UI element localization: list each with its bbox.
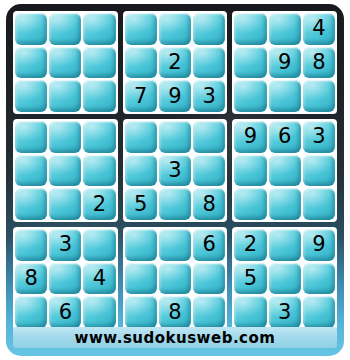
sudoku-box-5: 358: [123, 119, 228, 222]
sudoku-cell-r7c4[interactable]: [125, 229, 157, 261]
sudoku-cell-r6c9[interactable]: [303, 188, 335, 220]
sudoku-cell-r1c5[interactable]: [159, 13, 191, 45]
sudoku-box-3: 498: [232, 11, 337, 114]
sudoku-cell-r7c5[interactable]: [159, 229, 191, 261]
sudoku-cell-r1c8[interactable]: [269, 13, 301, 45]
sudoku-cell-r8c1: 8: [15, 263, 47, 295]
sudoku-cell-r3c9[interactable]: [303, 80, 335, 112]
sudoku-cell-r7c3[interactable]: [83, 229, 115, 261]
sudoku-box-8: 68: [123, 227, 228, 330]
sudoku-cell-r3c1[interactable]: [15, 80, 47, 112]
sudoku-cell-r3c2[interactable]: [49, 80, 81, 112]
sudoku-cell-r5c6[interactable]: [193, 155, 225, 187]
sudoku-cell-r8c6[interactable]: [193, 263, 225, 295]
sudoku-cell-r9c8: 3: [269, 296, 301, 328]
sudoku-cell-r8c5[interactable]: [159, 263, 191, 295]
sudoku-cell-r1c2[interactable]: [49, 13, 81, 45]
footer-band: www.sudokusweb.com: [13, 327, 337, 348]
sudoku-cell-r9c5: 8: [159, 296, 191, 328]
sudoku-cell-r2c7[interactable]: [234, 47, 266, 79]
sudoku-cell-r6c3: 2: [83, 188, 115, 220]
sudoku-cell-r5c1[interactable]: [15, 155, 47, 187]
sudoku-box-7: 3846: [13, 227, 118, 330]
sudoku-cell-r2c2[interactable]: [49, 47, 81, 79]
sudoku-cell-r4c6[interactable]: [193, 121, 225, 153]
sudoku-cell-r5c4[interactable]: [125, 155, 157, 187]
sudoku-box-4: 2: [13, 119, 118, 222]
sudoku-cell-r1c9: 4: [303, 13, 335, 45]
sudoku-cell-r1c4[interactable]: [125, 13, 157, 45]
sudoku-cell-r8c3: 4: [83, 263, 115, 295]
sudoku-cell-r7c9: 9: [303, 229, 335, 261]
sudoku-cell-r7c1[interactable]: [15, 229, 47, 261]
sudoku-cell-r5c5: 3: [159, 155, 191, 187]
sudoku-board: 279349823589633846682953: [13, 11, 337, 330]
sudoku-cell-r1c1[interactable]: [15, 13, 47, 45]
sudoku-box-1: [13, 11, 118, 114]
sudoku-cell-r1c6[interactable]: [193, 13, 225, 45]
sudoku-cell-r4c8: 6: [269, 121, 301, 153]
sudoku-cell-r5c8[interactable]: [269, 155, 301, 187]
sudoku-cell-r7c8[interactable]: [269, 229, 301, 261]
sudoku-box-6: 963: [232, 119, 337, 222]
sudoku-cell-r2c3[interactable]: [83, 47, 115, 79]
sudoku-cell-r4c3[interactable]: [83, 121, 115, 153]
sudoku-cell-r4c7: 9: [234, 121, 266, 153]
sudoku-cell-r4c1[interactable]: [15, 121, 47, 153]
sudoku-cell-r8c4[interactable]: [125, 263, 157, 295]
sudoku-cell-r5c3[interactable]: [83, 155, 115, 187]
sudoku-cell-r9c3[interactable]: [83, 296, 115, 328]
sudoku-cell-r1c7[interactable]: [234, 13, 266, 45]
sudoku-cell-r2c1[interactable]: [15, 47, 47, 79]
sudoku-cell-r6c4: 5: [125, 188, 157, 220]
sudoku-cell-r9c9[interactable]: [303, 296, 335, 328]
sudoku-cell-r6c5[interactable]: [159, 188, 191, 220]
sudoku-cell-r2c4[interactable]: [125, 47, 157, 79]
sudoku-cell-r3c8[interactable]: [269, 80, 301, 112]
sudoku-cell-r2c5: 2: [159, 47, 191, 79]
sudoku-cell-r3c4: 7: [125, 80, 157, 112]
sudoku-cell-r5c2[interactable]: [49, 155, 81, 187]
sudoku-cell-r6c6: 8: [193, 188, 225, 220]
sudoku-cell-r7c2: 3: [49, 229, 81, 261]
sudoku-app-frame: 279349823589633846682953 www.sudokusweb.…: [6, 4, 344, 356]
sudoku-cell-r9c4[interactable]: [125, 296, 157, 328]
sudoku-cell-r2c9: 8: [303, 47, 335, 79]
sudoku-cell-r8c2[interactable]: [49, 263, 81, 295]
sudoku-cell-r4c4[interactable]: [125, 121, 157, 153]
sudoku-cell-r1c3[interactable]: [83, 13, 115, 45]
sudoku-box-2: 2793: [123, 11, 228, 114]
sudoku-cell-r7c7: 2: [234, 229, 266, 261]
sudoku-box-9: 2953: [232, 227, 337, 330]
sudoku-cell-r3c7[interactable]: [234, 80, 266, 112]
sudoku-cell-r4c2[interactable]: [49, 121, 81, 153]
sudoku-cell-r6c1[interactable]: [15, 188, 47, 220]
sudoku-cell-r6c7[interactable]: [234, 188, 266, 220]
sudoku-cell-r9c7[interactable]: [234, 296, 266, 328]
sudoku-cell-r3c3[interactable]: [83, 80, 115, 112]
sudoku-cell-r9c2: 6: [49, 296, 81, 328]
sudoku-cell-r3c6: 3: [193, 80, 225, 112]
sudoku-cell-r8c7: 5: [234, 263, 266, 295]
sudoku-cell-r3c5: 9: [159, 80, 191, 112]
sudoku-cell-r6c2[interactable]: [49, 188, 81, 220]
sudoku-cell-r8c9[interactable]: [303, 263, 335, 295]
sudoku-cell-r5c9[interactable]: [303, 155, 335, 187]
sudoku-cell-r5c7[interactable]: [234, 155, 266, 187]
sudoku-cell-r2c8: 9: [269, 47, 301, 79]
sudoku-cell-r4c9: 3: [303, 121, 335, 153]
sudoku-cell-r8c8[interactable]: [269, 263, 301, 295]
site-link[interactable]: www.sudokusweb.com: [75, 329, 276, 347]
sudoku-cell-r9c6[interactable]: [193, 296, 225, 328]
sudoku-cell-r2c6[interactable]: [193, 47, 225, 79]
sudoku-cell-r7c6: 6: [193, 229, 225, 261]
sudoku-cell-r4c5[interactable]: [159, 121, 191, 153]
sudoku-cell-r9c1[interactable]: [15, 296, 47, 328]
sudoku-cell-r6c8[interactable]: [269, 188, 301, 220]
